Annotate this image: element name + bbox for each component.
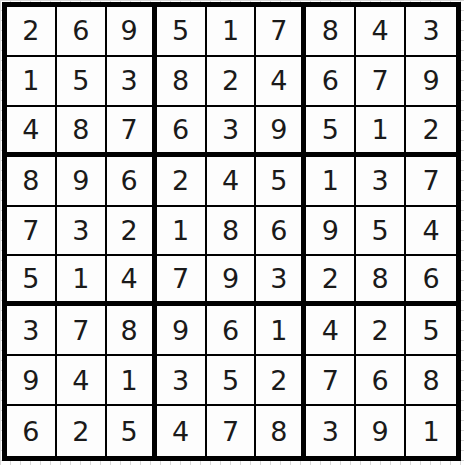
cell-r9c2[interactable]: 2 [57, 406, 107, 456]
cell-r8c3[interactable]: 1 [107, 356, 157, 406]
cell-digit: 2 [72, 418, 89, 445]
cell-digit: 8 [372, 265, 389, 292]
cell-r8c7[interactable]: 7 [306, 356, 356, 406]
cell-digit: 3 [121, 67, 138, 94]
cell-digit: 8 [121, 317, 138, 344]
cell-digit: 4 [222, 167, 239, 194]
cell-r6c8[interactable]: 8 [356, 256, 406, 306]
cell-r5c4[interactable]: 1 [157, 207, 207, 257]
cell-digit: 4 [372, 17, 389, 44]
cell-digit: 8 [72, 116, 89, 143]
cell-r1c5[interactable]: 1 [207, 7, 257, 57]
cell-digit: 2 [270, 367, 287, 394]
cell-r7c2[interactable]: 7 [57, 306, 107, 356]
cell-digit: 2 [222, 67, 239, 94]
cell-digit: 6 [372, 367, 389, 394]
cell-r4c5[interactable]: 4 [207, 157, 257, 207]
cell-r7c9[interactable]: 5 [406, 306, 456, 356]
cell-digit: 5 [72, 67, 89, 94]
cell-r5c8[interactable]: 5 [356, 207, 406, 257]
cell-digit: 6 [322, 67, 339, 94]
cell-digit: 4 [172, 418, 189, 445]
cell-digit: 1 [270, 317, 287, 344]
cell-r6c3[interactable]: 4 [107, 256, 157, 306]
cell-r8c9[interactable]: 8 [406, 356, 456, 406]
cell-r3c1[interactable]: 4 [7, 107, 57, 157]
cell-r4c7[interactable]: 1 [306, 157, 356, 207]
cell-r5c7[interactable]: 9 [306, 207, 356, 257]
cell-digit: 2 [372, 317, 389, 344]
cell-digit: 5 [22, 265, 39, 292]
cell-digit: 1 [372, 116, 389, 143]
cell-r4c8[interactable]: 3 [356, 157, 406, 207]
cell-digit: 2 [172, 167, 189, 194]
cell-r1c1[interactable]: 2 [7, 7, 57, 57]
cell-r7c7[interactable]: 4 [306, 306, 356, 356]
cell-digit: 5 [172, 17, 189, 44]
cell-digit: 9 [222, 265, 239, 292]
cell-digit: 9 [270, 116, 287, 143]
cell-digit: 8 [172, 67, 189, 94]
cell-digit: 6 [22, 418, 39, 445]
cell-digit: 3 [322, 418, 339, 445]
cell-digit: 6 [72, 17, 89, 44]
cell-digit: 3 [222, 116, 239, 143]
cell-digit: 7 [422, 167, 439, 194]
cell-digit: 1 [72, 265, 89, 292]
cell-r1c2[interactable]: 6 [57, 7, 107, 57]
cell-r1c6[interactable]: 7 [256, 7, 306, 57]
cell-r5c6[interactable]: 6 [256, 207, 306, 257]
cell-r2c3[interactable]: 3 [107, 57, 157, 107]
cell-digit: 1 [22, 67, 39, 94]
cell-digit: 4 [422, 217, 439, 244]
cell-r3c4[interactable]: 6 [157, 107, 207, 157]
cell-r3c3[interactable]: 7 [107, 107, 157, 157]
cell-r1c9[interactable]: 3 [406, 7, 456, 57]
cell-r9c1[interactable]: 6 [7, 406, 57, 456]
cell-digit: 9 [422, 67, 439, 94]
cell-digit: 7 [172, 265, 189, 292]
cell-r4c4[interactable]: 2 [157, 157, 207, 207]
cell-digit: 3 [72, 217, 89, 244]
cell-digit: 6 [121, 167, 138, 194]
cell-digit: 4 [22, 116, 39, 143]
cell-r3c7[interactable]: 5 [306, 107, 356, 157]
cell-r6c7[interactable]: 2 [306, 256, 356, 306]
cell-digit: 7 [270, 17, 287, 44]
cell-r4c2[interactable]: 9 [57, 157, 107, 207]
cell-r1c4[interactable]: 5 [157, 7, 207, 57]
cell-r6c2[interactable]: 1 [57, 256, 107, 306]
cell-r8c8[interactable]: 6 [356, 356, 406, 406]
cell-r8c4[interactable]: 3 [157, 356, 207, 406]
cell-digit: 7 [72, 317, 89, 344]
cell-r9c6[interactable]: 8 [256, 406, 306, 456]
cell-digit: 5 [322, 116, 339, 143]
sudoku-board: 2695178431538246794876395128962451377321… [2, 2, 461, 461]
cell-digit: 6 [270, 217, 287, 244]
cell-digit: 1 [172, 217, 189, 244]
cell-digit: 4 [72, 367, 89, 394]
cell-digit: 2 [121, 217, 138, 244]
cell-r6c6[interactable]: 3 [256, 256, 306, 306]
cell-r1c7[interactable]: 8 [306, 7, 356, 57]
cell-r4c1[interactable]: 8 [7, 157, 57, 207]
cell-r2c2[interactable]: 5 [57, 57, 107, 107]
cell-r8c5[interactable]: 5 [207, 356, 257, 406]
cell-r1c8[interactable]: 4 [356, 7, 406, 57]
cell-digit: 5 [270, 167, 287, 194]
cell-digit: 1 [121, 367, 138, 394]
cell-r8c6[interactable]: 2 [256, 356, 306, 406]
cell-r3c9[interactable]: 2 [406, 107, 456, 157]
cell-digit: 9 [322, 217, 339, 244]
cell-r6c5[interactable]: 9 [207, 256, 257, 306]
cell-digit: 8 [322, 17, 339, 44]
cell-digit: 3 [172, 367, 189, 394]
cell-digit: 9 [22, 367, 39, 394]
cell-r6c4[interactable]: 7 [157, 256, 207, 306]
cell-r1c3[interactable]: 9 [107, 7, 157, 57]
cell-r9c4[interactable]: 4 [157, 406, 207, 456]
cell-r2c5[interactable]: 2 [207, 57, 257, 107]
cell-digit: 7 [121, 116, 138, 143]
cell-r5c1[interactable]: 7 [7, 207, 57, 257]
cell-r4c3[interactable]: 6 [107, 157, 157, 207]
cell-digit: 1 [222, 17, 239, 44]
cell-digit: 3 [270, 265, 287, 292]
cell-r7c3[interactable]: 8 [107, 306, 157, 356]
cell-digit: 6 [222, 317, 239, 344]
cell-digit: 3 [22, 317, 39, 344]
cell-digit: 5 [422, 317, 439, 344]
cell-r7c4[interactable]: 9 [157, 306, 207, 356]
cell-r2c8[interactable]: 7 [356, 57, 406, 107]
cell-digit: 8 [222, 217, 239, 244]
cell-r6c1[interactable]: 5 [7, 256, 57, 306]
cell-digit: 2 [322, 265, 339, 292]
cell-digit: 5 [222, 367, 239, 394]
cell-r8c2[interactable]: 4 [57, 356, 107, 406]
cell-digit: 9 [72, 167, 89, 194]
cell-r3c5[interactable]: 3 [207, 107, 257, 157]
cell-digit: 6 [172, 116, 189, 143]
cell-r2c7[interactable]: 6 [306, 57, 356, 107]
cell-r5c3[interactable]: 2 [107, 207, 157, 257]
cell-r9c7[interactable]: 3 [306, 406, 356, 456]
cell-digit: 8 [422, 367, 439, 394]
cell-digit: 4 [121, 265, 138, 292]
cell-digit: 1 [322, 167, 339, 194]
cell-r9c5[interactable]: 7 [207, 406, 257, 456]
cell-digit: 5 [121, 418, 138, 445]
cell-r9c8[interactable]: 9 [356, 406, 406, 456]
cell-r8c1[interactable]: 9 [7, 356, 57, 406]
cell-r6c9[interactable]: 6 [406, 256, 456, 306]
cell-digit: 4 [270, 67, 287, 94]
cell-digit: 9 [372, 418, 389, 445]
cell-r9c3[interactable]: 5 [107, 406, 157, 456]
cell-r7c6[interactable]: 1 [256, 306, 306, 356]
cell-digit: 8 [270, 418, 287, 445]
cell-r5c2[interactable]: 3 [57, 207, 107, 257]
cell-r2c9[interactable]: 9 [406, 57, 456, 107]
cell-r5c5[interactable]: 8 [207, 207, 257, 257]
cell-digit: 3 [372, 167, 389, 194]
cell-digit: 5 [372, 217, 389, 244]
cell-r7c1[interactable]: 3 [7, 306, 57, 356]
cell-r3c2[interactable]: 8 [57, 107, 107, 157]
cell-digit: 7 [322, 367, 339, 394]
cell-r7c5[interactable]: 6 [207, 306, 257, 356]
cell-digit: 8 [22, 167, 39, 194]
cell-r3c8[interactable]: 1 [356, 107, 406, 157]
cell-r9c9[interactable]: 1 [406, 406, 456, 456]
cell-digit: 3 [422, 17, 439, 44]
cell-r2c1[interactable]: 1 [7, 57, 57, 107]
cell-digit: 4 [322, 317, 339, 344]
cell-digit: 9 [172, 317, 189, 344]
cell-digit: 7 [372, 67, 389, 94]
cell-digit: 2 [22, 17, 39, 44]
cell-r2c4[interactable]: 8 [157, 57, 207, 107]
cell-r7c8[interactable]: 2 [356, 306, 406, 356]
cell-r2c6[interactable]: 4 [256, 57, 306, 107]
cell-r4c9[interactable]: 7 [406, 157, 456, 207]
cell-digit: 7 [22, 217, 39, 244]
cell-digit: 7 [222, 418, 239, 445]
cell-r3c6[interactable]: 9 [256, 107, 306, 157]
cell-digit: 6 [422, 265, 439, 292]
cell-digit: 1 [422, 418, 439, 445]
cell-digit: 2 [422, 116, 439, 143]
cell-r5c9[interactable]: 4 [406, 207, 456, 257]
cell-r4c6[interactable]: 5 [256, 157, 306, 207]
cell-digit: 9 [121, 17, 138, 44]
